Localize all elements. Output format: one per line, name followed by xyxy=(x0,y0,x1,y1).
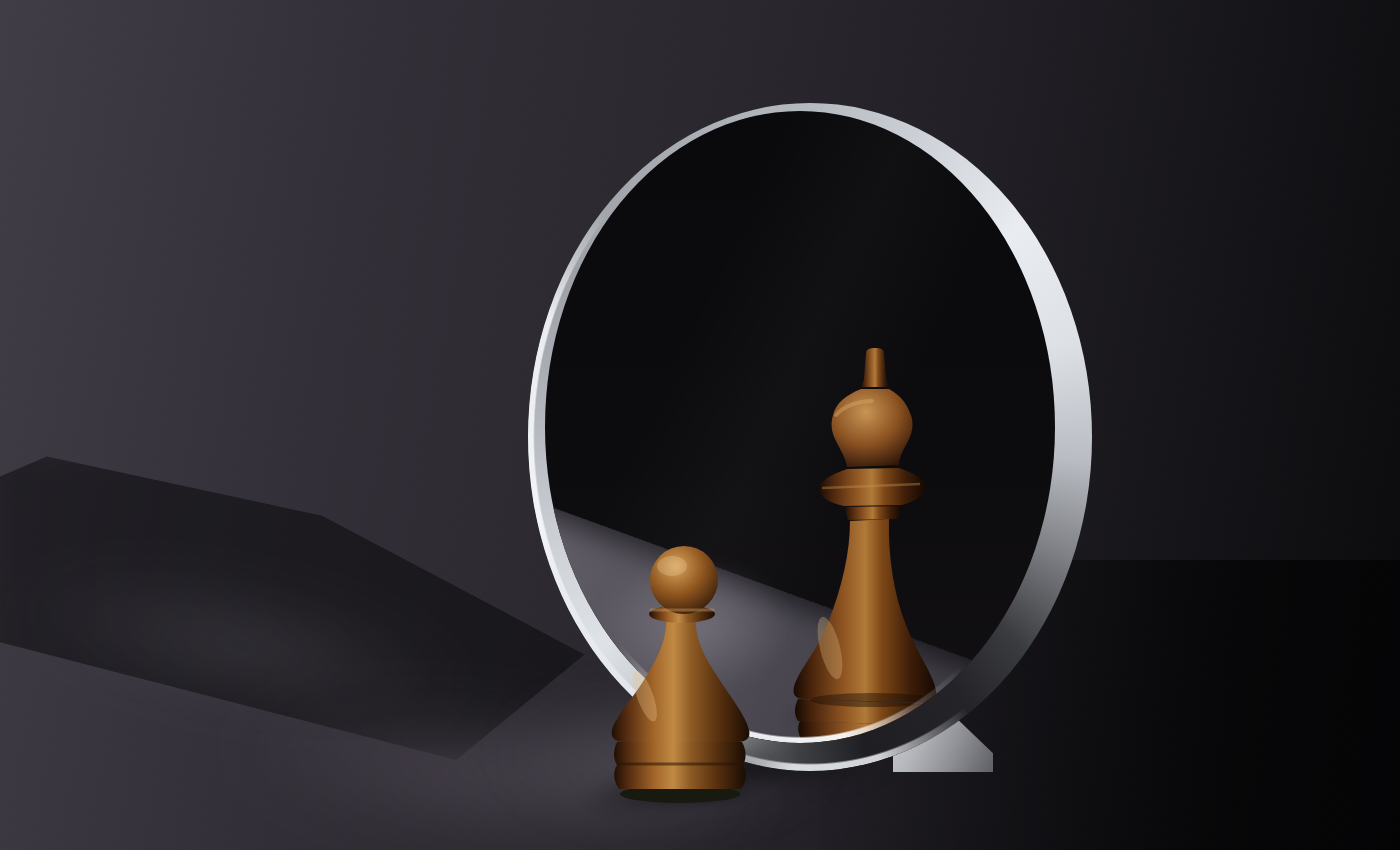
photo-stage xyxy=(0,0,1400,850)
pawn-piece xyxy=(592,544,752,806)
pawn-silhouette xyxy=(592,544,752,806)
